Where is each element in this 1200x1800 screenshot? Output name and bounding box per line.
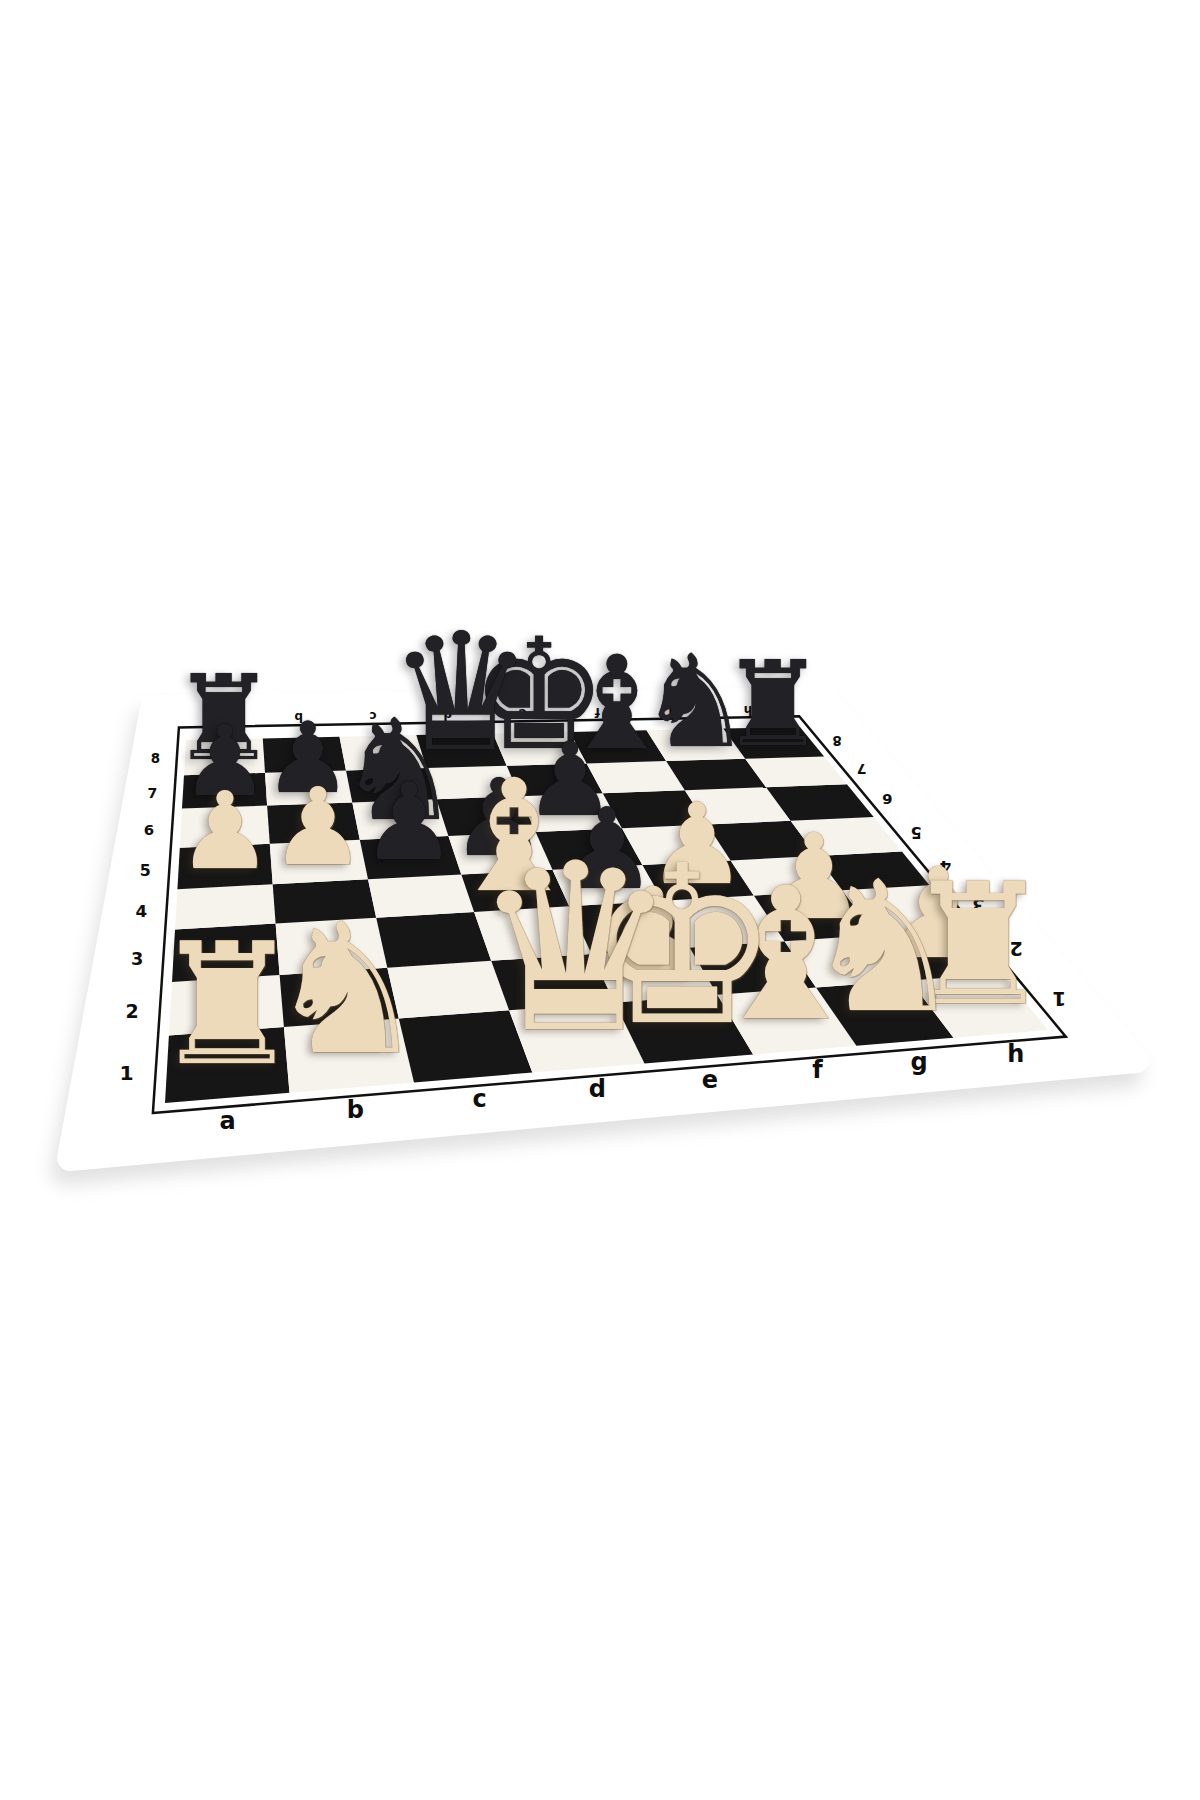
rank-label-left-6: 6 bbox=[144, 821, 154, 839]
square-b2 bbox=[280, 968, 399, 1027]
rank-label-right-1: 1 bbox=[1052, 987, 1066, 1011]
square-c4 bbox=[368, 874, 474, 917]
square-a1 bbox=[165, 1027, 290, 1103]
file-label-back-d: d bbox=[443, 708, 452, 722]
file-label-front-g: g bbox=[910, 1048, 927, 1076]
file-label-front-c: c bbox=[473, 1085, 487, 1113]
rank-label-left-2: 2 bbox=[126, 1000, 139, 1022]
square-a2 bbox=[169, 975, 284, 1036]
file-label-front-e: e bbox=[702, 1066, 718, 1094]
file-label-front-a: a bbox=[219, 1107, 235, 1135]
file-label-front-d: d bbox=[589, 1075, 606, 1103]
square-a8 bbox=[184, 738, 265, 775]
rank-label-left-1: 1 bbox=[120, 1061, 134, 1085]
square-d8 bbox=[416, 734, 506, 769]
rank-label-right-6: 6 bbox=[882, 790, 892, 808]
square-c7 bbox=[346, 768, 437, 802]
file-label-back-h: h bbox=[744, 703, 753, 717]
square-a7 bbox=[182, 773, 267, 809]
product-photo-scene: aabbccddeeffgghh1122334455667788 ♜♞♝♚♛♜♟… bbox=[0, 0, 1200, 1800]
square-c1 bbox=[399, 1010, 533, 1082]
square-c5 bbox=[360, 836, 462, 879]
square-b1 bbox=[284, 1018, 414, 1092]
file-label-back-f: f bbox=[594, 705, 600, 719]
file-label-back-a: a bbox=[220, 711, 228, 725]
square-e7 bbox=[507, 763, 603, 796]
rank-label-left-3: 3 bbox=[131, 949, 143, 969]
square-b5 bbox=[270, 840, 368, 884]
square-d4 bbox=[461, 870, 569, 912]
rank-label-right-4: 4 bbox=[939, 857, 951, 877]
rank-label-left-4: 4 bbox=[136, 901, 148, 921]
file-label-back-g: g bbox=[668, 704, 677, 718]
rank-label-right-2: 2 bbox=[1010, 938, 1023, 960]
square-b3 bbox=[276, 918, 388, 975]
square-c2 bbox=[387, 961, 509, 1019]
square-c6 bbox=[352, 799, 448, 840]
square-a3 bbox=[172, 924, 280, 983]
rank-label-right-3: 3 bbox=[972, 895, 984, 915]
file-label-back-e: e bbox=[518, 706, 526, 720]
file-label-front-b: b bbox=[347, 1096, 364, 1124]
square-d5 bbox=[448, 832, 552, 874]
rank-label-right-5: 5 bbox=[911, 823, 922, 842]
square-b6 bbox=[267, 802, 360, 843]
square-c8 bbox=[340, 735, 427, 770]
file-label-back-b: b bbox=[294, 710, 303, 724]
square-c3 bbox=[376, 912, 491, 968]
square-a4 bbox=[175, 884, 276, 929]
rank-label-right-8: 8 bbox=[832, 733, 841, 748]
square-b8 bbox=[263, 737, 346, 773]
square-d6 bbox=[437, 796, 536, 836]
rank-label-left-5: 5 bbox=[140, 861, 151, 880]
square-b4 bbox=[273, 879, 377, 923]
square-b7 bbox=[265, 770, 352, 805]
chess-board-mat: aabbccddeeffgghh1122334455667788 bbox=[0, 0, 1200, 1800]
square-a5 bbox=[177, 844, 272, 889]
file-label-front-h: h bbox=[1007, 1040, 1024, 1068]
rank-label-left-8: 8 bbox=[151, 751, 160, 766]
square-d7 bbox=[427, 766, 520, 800]
file-label-front-f: f bbox=[812, 1056, 823, 1084]
rank-label-right-7: 7 bbox=[857, 761, 867, 777]
file-label-back-c: c bbox=[369, 709, 376, 723]
rank-label-left-7: 7 bbox=[147, 785, 157, 801]
square-a6 bbox=[180, 806, 270, 848]
